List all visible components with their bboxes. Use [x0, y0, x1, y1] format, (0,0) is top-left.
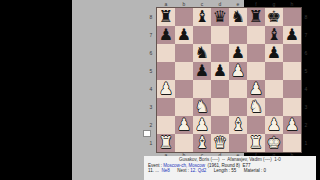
black-pawn[interactable]: ♟ — [211, 62, 229, 80]
coordinate-label: 7 — [148, 26, 154, 44]
square-f5[interactable] — [247, 62, 265, 80]
white-knight[interactable]: ♞ — [193, 98, 211, 116]
square-g8[interactable]: ♚ — [265, 8, 283, 26]
square-h6[interactable] — [283, 44, 301, 62]
square-c2[interactable]: ♟ — [193, 116, 211, 134]
square-f6[interactable] — [247, 44, 265, 62]
square-b1[interactable] — [175, 134, 193, 152]
square-a2[interactable] — [157, 116, 175, 134]
coordinate-label: 1 — [303, 134, 309, 152]
square-g1[interactable]: ♚ — [265, 134, 283, 152]
black-bishop[interactable]: ♝ — [265, 26, 283, 44]
coordinate-label: 4 — [303, 80, 309, 98]
square-d3[interactable] — [211, 98, 229, 116]
square-d5[interactable]: ♟ — [211, 62, 229, 80]
coordinate-label: 3 — [148, 98, 154, 116]
square-d7[interactable] — [211, 26, 229, 44]
players-result-line: Gusakov, Boris (----) -- Afanasjev, Vadi… — [144, 157, 316, 162]
square-b5[interactable] — [175, 62, 193, 80]
last-move: Ne8 — [161, 168, 169, 173]
square-h2[interactable]: ♟ — [283, 116, 301, 134]
square-f3[interactable]: ♞ — [247, 98, 265, 116]
square-g2[interactable]: ♟ — [265, 116, 283, 134]
white-rook[interactable]: ♜ — [247, 134, 265, 152]
white-bishop[interactable]: ♝ — [229, 116, 247, 134]
square-c1[interactable]: ♝ — [193, 134, 211, 152]
move-status-line: 11. ... Ne8 Next : 12. Qd2 Length : 55 M… — [148, 168, 266, 173]
square-c3[interactable]: ♞ — [193, 98, 211, 116]
square-e4[interactable] — [229, 80, 247, 98]
square-b6[interactable] — [175, 44, 193, 62]
white-pawn[interactable]: ♟ — [157, 80, 175, 98]
square-a5[interactable] — [157, 62, 175, 80]
square-g5[interactable] — [265, 62, 283, 80]
black-king[interactable]: ♚ — [265, 8, 283, 26]
square-f4[interactable]: ♟ — [247, 80, 265, 98]
square-f7[interactable] — [247, 26, 265, 44]
rank-labels-right: 87654321 — [303, 8, 309, 152]
square-b2[interactable]: ♟ — [175, 116, 193, 134]
chess-board: ♜♝♛♞♜♚♟♟♝♟♞♟♟♟♟♟♟♟♞♞♟♟♝♟♟♜♝♛♜♚ — [156, 7, 302, 153]
length-value: Length : 55 — [206, 168, 236, 173]
square-e8[interactable]: ♞ — [229, 8, 247, 26]
black-knight[interactable]: ♞ — [193, 44, 211, 62]
coordinate-label: 8 — [148, 8, 154, 26]
coordinate-label: 6 — [148, 44, 154, 62]
white-pawn[interactable]: ♟ — [247, 80, 265, 98]
black-pawn[interactable]: ♟ — [265, 44, 283, 62]
square-a4[interactable]: ♟ — [157, 80, 175, 98]
white-pawn[interactable]: ♟ — [283, 116, 301, 134]
square-d1[interactable]: ♛ — [211, 134, 229, 152]
square-c8[interactable]: ♝ — [193, 8, 211, 26]
coordinate-label: 7 — [303, 26, 309, 44]
square-d6[interactable] — [211, 44, 229, 62]
square-f1[interactable]: ♜ — [247, 134, 265, 152]
square-c7[interactable] — [193, 26, 211, 44]
black-rook[interactable]: ♜ — [157, 8, 175, 26]
next-label: Next : — [170, 168, 191, 173]
coordinate-label: 4 — [148, 80, 154, 98]
square-g3[interactable] — [265, 98, 283, 116]
square-a7[interactable]: ♟ — [157, 26, 175, 44]
app-background: abcdefgh abcdefgh 87654321 87654321 ♜♝♛♞… — [72, 0, 244, 180]
resize-handle[interactable] — [143, 130, 151, 137]
square-g6[interactable]: ♟ — [265, 44, 283, 62]
white-pawn[interactable]: ♟ — [229, 62, 247, 80]
square-d4[interactable] — [211, 80, 229, 98]
move-number: 11. ... — [148, 168, 161, 173]
black-pawn[interactable]: ♟ — [175, 26, 193, 44]
black-knight[interactable]: ♞ — [229, 8, 247, 26]
black-pawn[interactable]: ♟ — [283, 26, 301, 44]
square-e2[interactable]: ♝ — [229, 116, 247, 134]
square-e6[interactable]: ♟ — [229, 44, 247, 62]
white-rook[interactable]: ♜ — [157, 134, 175, 152]
square-c6[interactable]: ♞ — [193, 44, 211, 62]
square-a6[interactable] — [157, 44, 175, 62]
square-f2[interactable] — [247, 116, 265, 134]
white-king[interactable]: ♚ — [265, 134, 283, 152]
square-g4[interactable] — [265, 80, 283, 98]
white-pawn[interactable]: ♟ — [175, 116, 193, 134]
coordinate-label: 6 — [303, 44, 309, 62]
white-queen[interactable]: ♛ — [211, 134, 229, 152]
black-pawn[interactable]: ♟ — [193, 62, 211, 80]
square-e5[interactable]: ♟ — [229, 62, 247, 80]
square-d2[interactable] — [211, 116, 229, 134]
square-a3[interactable] — [157, 98, 175, 116]
square-a1[interactable]: ♜ — [157, 134, 175, 152]
square-h5[interactable] — [283, 62, 301, 80]
black-pawn[interactable]: ♟ — [157, 26, 175, 44]
black-queen[interactable]: ♛ — [211, 8, 229, 26]
coordinate-label: 5 — [303, 62, 309, 80]
square-b7[interactable]: ♟ — [175, 26, 193, 44]
square-h1[interactable] — [283, 134, 301, 152]
square-e3[interactable] — [229, 98, 247, 116]
square-a8[interactable]: ♜ — [157, 8, 175, 26]
square-h3[interactable] — [283, 98, 301, 116]
white-pawn[interactable]: ♟ — [193, 116, 211, 134]
white-knight[interactable]: ♞ — [247, 98, 265, 116]
square-e1[interactable] — [229, 134, 247, 152]
black-rook[interactable]: ♜ — [247, 8, 265, 26]
coordinate-label: 8 — [303, 8, 309, 26]
square-b8[interactable] — [175, 8, 193, 26]
square-f8[interactable]: ♜ — [247, 8, 265, 26]
info-panel: Gusakov, Boris (----) -- Afanasjev, Vadi… — [144, 156, 316, 180]
square-h4[interactable] — [283, 80, 301, 98]
square-c5[interactable]: ♟ — [193, 62, 211, 80]
white-pawn[interactable]: ♟ — [265, 116, 283, 134]
black-bishop[interactable]: ♝ — [193, 8, 211, 26]
square-e7[interactable] — [229, 26, 247, 44]
material-value: Material : 0 — [236, 168, 266, 173]
square-c4[interactable] — [193, 80, 211, 98]
square-g7[interactable]: ♝ — [265, 26, 283, 44]
coordinate-label: 2 — [303, 116, 309, 134]
square-h8[interactable] — [283, 8, 301, 26]
white-bishop[interactable]: ♝ — [193, 134, 211, 152]
coordinate-label: 5 — [148, 62, 154, 80]
coordinate-label: 3 — [303, 98, 309, 116]
black-pawn[interactable]: ♟ — [229, 44, 247, 62]
square-h7[interactable]: ♟ — [283, 26, 301, 44]
next-move: 12. Qd2 — [190, 168, 206, 173]
square-b4[interactable] — [175, 80, 193, 98]
square-d8[interactable]: ♛ — [211, 8, 229, 26]
square-b3[interactable] — [175, 98, 193, 116]
